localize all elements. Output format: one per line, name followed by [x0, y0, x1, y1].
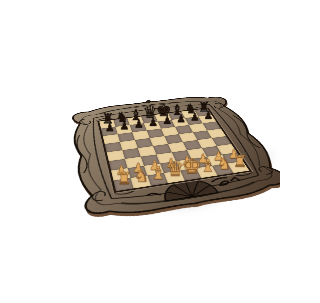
product-photo: ♜♞♝♛♚♝♞♜♟♟♟♟♟♟♟♟♟♟♟♟♟♟♟♟♜♞♝♛♚♝♞♜ — [40, 0, 280, 303]
board-scene: ♜♞♝♛♚♝♞♜♟♟♟♟♟♟♟♟♟♟♟♟♟♟♟♟♜♞♝♛♚♝♞♜ — [66, 42, 271, 247]
carved-board: ♜♞♝♛♚♝♞♜♟♟♟♟♟♟♟♟♟♟♟♟♟♟♟♟♜♞♝♛♚♝♞♜ — [59, 89, 280, 232]
